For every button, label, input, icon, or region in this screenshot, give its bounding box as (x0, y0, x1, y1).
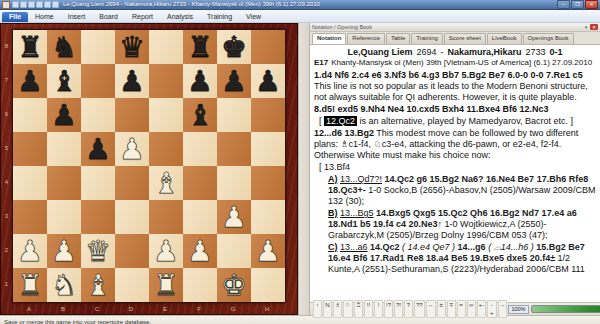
annotation-symbol-0[interactable]: ↑ (313, 300, 322, 318)
quick-access-toolbar (12, 1, 59, 8)
square-a3[interactable] (13, 200, 47, 234)
square-a5[interactable] (13, 132, 47, 166)
square-c3[interactable] (81, 200, 115, 234)
white-pawn[interactable]: ♟ (115, 132, 149, 166)
comment-text: 1-0 Socko,B (2656)-Abasov,N (2505)/Warsa… (328, 185, 595, 206)
panel-tab-score-sheet[interactable]: Score sheet (444, 33, 486, 44)
square-a1[interactable]: ♜ (13, 268, 47, 302)
black-bishop[interactable]: ♝ (47, 64, 81, 98)
square-f3[interactable] (183, 200, 217, 234)
square-d2[interactable] (115, 234, 149, 268)
annotation-symbol-5[interactable]: !! (364, 300, 373, 318)
move-text[interactable]: A) (328, 174, 338, 184)
square-b6[interactable]: ♟ (47, 98, 81, 132)
statusbar: Save or merge this game into your repert… (0, 315, 600, 324)
new-icon[interactable] (12, 1, 19, 8)
chess-board[interactable]: ♜♞♛♜♚♟♝♟♟♟♟♟♝♟♟♝♟♟♟♛♟♟♟♜♞♝♜♚ (12, 29, 286, 303)
window-title: Le,Quang Liem 2694 - Nakamura,Hikaru 273… (59, 0, 557, 9)
titlebar: Le,Quang Liem 2694 - Nakamura,Hikaru 273… (0, 0, 600, 10)
annotation-symbol-10[interactable]: ?? (414, 300, 425, 318)
black-pawn[interactable]: ♟ (251, 64, 285, 98)
file-label-d: D (114, 303, 148, 314)
notation-paragraph: 12...d6 13.Bg2 This modest move can be f… (314, 128, 596, 161)
panel-tab-table[interactable]: Table (386, 33, 410, 44)
square-c6[interactable] (81, 98, 115, 132)
redo-icon[interactable] (44, 1, 51, 8)
square-g5[interactable] (217, 132, 251, 166)
close-button[interactable]: ✕ (585, 0, 598, 9)
white-pawn[interactable]: ♟ (13, 234, 47, 268)
white-bishop[interactable]: ♝ (149, 166, 183, 200)
move-text[interactable]: B) (328, 208, 338, 218)
annotation-symbol-12[interactable]: ± (437, 300, 446, 318)
panel-tab-openings-book[interactable]: Openings Book (523, 33, 574, 44)
rank-label-2: 2 (2, 233, 11, 267)
zoom-level: 100% (508, 305, 528, 314)
minimize-button[interactable]: – (557, 0, 570, 9)
notation-paragraph: 1.d4 Nf6 2.c4 e6 3.Nf3 b6 4.g3 Bb7 5.Bg2… (314, 70, 596, 103)
square-e6[interactable] (149, 98, 183, 132)
annotation-symbol-16[interactable]: +- (477, 300, 486, 318)
rank-label-1: 1 (2, 267, 11, 301)
square-c4[interactable] (81, 166, 115, 200)
square-f4[interactable] (183, 166, 217, 200)
square-c8[interactable] (81, 30, 115, 64)
file-label-f: F (182, 303, 216, 314)
square-b1[interactable]: ♞ (47, 268, 81, 302)
file-label-a: A (12, 303, 46, 314)
file-label-h: H (250, 303, 284, 314)
panel-tab-reference[interactable]: Reference (347, 33, 385, 44)
square-e3[interactable] (149, 200, 183, 234)
move-text[interactable]: 14...g6 (455, 242, 488, 252)
move-text[interactable]: C) (328, 242, 338, 252)
black-pawn[interactable]: ♟ (47, 98, 81, 132)
file-label-c: C (80, 303, 114, 314)
square-h7[interactable]: ♟ (251, 64, 285, 98)
ribbon-tab-insert[interactable]: Insert (61, 12, 93, 22)
square-g2[interactable] (217, 234, 251, 268)
white-pawn[interactable]: ♟ (183, 234, 217, 268)
panel-tab-training[interactable]: Training (411, 33, 442, 44)
panel-title: Notation / Opening Book (312, 24, 582, 30)
black-player: Nakamura,Hikaru (447, 47, 521, 57)
square-g6[interactable] (217, 98, 251, 132)
square-a2[interactable]: ♟ (13, 234, 47, 268)
square-a8[interactable]: ♜ (13, 30, 47, 64)
black-knight[interactable]: ♞ (47, 30, 81, 64)
square-h2[interactable]: ♟ (251, 234, 285, 268)
square-g1[interactable]: ♚ (217, 268, 251, 302)
move-text[interactable]: 13...Bg5 (340, 208, 374, 218)
square-f2[interactable]: ♟ (183, 234, 217, 268)
maximize-button[interactable]: ❐ (571, 0, 584, 9)
white-knight[interactable]: ♞ (47, 268, 81, 302)
square-f5[interactable] (183, 132, 217, 166)
square-h4[interactable] (251, 166, 285, 200)
notation-paragraph: [ 12.Qc2 is an alternative, played by Ma… (319, 116, 596, 127)
square-b4[interactable] (47, 166, 81, 200)
annotation-symbol-2[interactable]: ♗ (333, 300, 342, 318)
square-e1[interactable]: ♜ (149, 268, 183, 302)
square-e7[interactable] (149, 64, 183, 98)
slider-track[interactable] (531, 305, 600, 313)
square-d3[interactable] (115, 200, 149, 234)
players-separator: - (440, 47, 443, 57)
move-text[interactable]: 1.d4 Nf6 2.c4 e6 3.Nf3 b6 4.g3 Bb7 5.Bg2… (314, 70, 583, 80)
square-g3[interactable]: ♟ (217, 200, 251, 234)
move-text[interactable]: 13...a6 (340, 242, 368, 252)
white-pawn[interactable]: ♟ (217, 200, 251, 234)
game-header: Le,Quang Liem2694-Nakamura,Hikaru27330-1 (314, 47, 596, 58)
white-king[interactable]: ♚ (217, 268, 251, 302)
notation-paragraph: C) 13...a6 14.Qc2 ( 14.e4 Qe7 ) 14...g6 … (328, 242, 596, 275)
white-rook[interactable]: ♜ (149, 268, 183, 302)
annotation-symbol-7[interactable]: !? (384, 300, 393, 318)
event-header: E17Khanty-Mansiysk ol (Men) 39th [Vietna… (314, 58, 596, 68)
square-e2[interactable]: ♟ (149, 234, 183, 268)
file-label-b: B (46, 303, 80, 314)
rank-label-8: 8 (2, 29, 11, 63)
notation-area[interactable]: Le,Quang Liem2694-Nakamura,Hikaru27330-1… (310, 45, 600, 302)
window-controls: – ❐ ✕ (557, 0, 598, 9)
annotation-symbol-4[interactable]: ♖ (354, 300, 363, 318)
square-d6[interactable] (115, 98, 149, 132)
white-bishop[interactable]: ♝ (81, 268, 115, 302)
annotation-symbol-1[interactable]: N (323, 300, 332, 318)
main-area: 87654321 ♜♞♛♜♚♟♝♟♟♟♟♟♝♟♟♝♟♟♟♛♟♟♟♜♞♝♜♚ AB… (0, 23, 600, 315)
white-player: Le,Quang Liem (347, 47, 412, 57)
rank-label-6: 6 (2, 97, 11, 131)
annotation-symbol-13[interactable]: ∓ (447, 300, 456, 318)
comment-text: ( 14.e4 Qe7 ) (402, 242, 455, 252)
ribbon-tab-analysis[interactable]: Analysis (160, 12, 200, 22)
ribbon-tab-home[interactable]: Home (28, 12, 61, 22)
square-f6[interactable]: ♝ (183, 98, 217, 132)
black-pawn[interactable]: ♟ (115, 64, 149, 98)
comment-text: ( ⌓14...h6 ) (488, 242, 534, 252)
panel-tabs: NotationReferenceTableTrainingScore shee… (310, 32, 600, 45)
board-panel: 87654321 ♜♞♛♜♚♟♝♟♟♟♟♟♝♟♟♝♟♟♟♛♟♟♟♜♞♝♜♚ AB… (0, 23, 298, 315)
square-a4[interactable] (13, 166, 47, 200)
square-e4[interactable]: ♝ (149, 166, 183, 200)
square-f7[interactable]: ♟ (183, 64, 217, 98)
undo-icon[interactable] (36, 1, 43, 8)
square-b2[interactable]: ♟ (47, 234, 81, 268)
white-pawn[interactable]: ♟ (149, 234, 183, 268)
square-h3[interactable] (251, 200, 285, 234)
comment-text: is an alternative, played by Mamedyarov,… (357, 116, 573, 126)
square-b3[interactable] (47, 200, 81, 234)
square-b8[interactable]: ♞ (47, 30, 81, 64)
eco-code: E17 (314, 58, 328, 67)
notation-body: 1.d4 Nf6 2.c4 e6 3.Nf3 b6 4.g3 Bb7 5.Bg2… (314, 70, 596, 275)
square-b7[interactable]: ♝ (47, 64, 81, 98)
black-bishop[interactable]: ♝ (183, 98, 217, 132)
panel-close-icon[interactable]: ✕ (590, 24, 598, 30)
panel-splitter[interactable] (298, 23, 310, 315)
black-king[interactable]: ♚ (217, 30, 251, 64)
square-e5[interactable] (149, 132, 183, 166)
square-h1[interactable] (251, 268, 285, 302)
rank-label-4: 4 (2, 165, 11, 199)
comment-text: This line is not so popular as it leads … (314, 81, 588, 102)
file-label-e: E (148, 303, 182, 314)
annotation-symbol-6[interactable]: ! (374, 300, 383, 318)
square-d5[interactable]: ♟ (115, 132, 149, 166)
annotation-symbol-14[interactable]: = (457, 300, 466, 318)
annotation-symbols: ↑N♗♘♖!!!!??!???↔±∓=∞+--+→ (313, 300, 507, 318)
move-text[interactable]: 13...Qd7?! (340, 174, 382, 184)
black-pawn[interactable]: ♟ (183, 64, 217, 98)
print-icon[interactable] (52, 1, 59, 8)
panel-tab-notation[interactable]: Notation (312, 33, 346, 44)
game-result: 0-1 (550, 47, 563, 57)
ribbon-tab-board[interactable]: Board (92, 12, 125, 22)
save-icon[interactable] (28, 1, 35, 8)
square-d8[interactable]: ♛ (115, 30, 149, 64)
annotation-toolbar: ↑N♗♘♖!!!!??!???↔±∓=∞+--+→ 100% (310, 302, 600, 315)
annotation-symbol-8[interactable]: ?! (394, 300, 403, 318)
square-a6[interactable] (13, 98, 47, 132)
black-pawn[interactable]: ♟ (81, 132, 115, 166)
square-d4[interactable] (115, 166, 149, 200)
square-e8[interactable] (149, 30, 183, 64)
square-a7[interactable]: ♟ (13, 64, 47, 98)
square-b5[interactable] (47, 132, 81, 166)
open-icon[interactable] (20, 1, 27, 8)
ribbon-tab-file[interactable]: File (2, 12, 28, 22)
square-c7[interactable] (81, 64, 115, 98)
selected-move[interactable]: 12.Qc2 (324, 116, 357, 126)
notation-paragraph: 8.d5! exd5 9.Nh4 Ne4 10.cxd5 Bxh4 11.Bxe… (314, 104, 596, 115)
black-rook[interactable]: ♜ (183, 30, 217, 64)
ribbon-tabs: FileHomeInsertBoardReportAnalysisTrainin… (0, 10, 600, 23)
annotation-symbol-3[interactable]: ♘ (343, 300, 352, 318)
comment-text: [ 13.Bf4 (319, 162, 350, 172)
zoom-slider: 100% (508, 305, 600, 314)
black-pawn[interactable]: ♟ (217, 64, 251, 98)
move-text[interactable]: 14.Qc2 (368, 242, 403, 252)
rank-label-5: 5 (2, 131, 11, 165)
square-h6[interactable] (251, 98, 285, 132)
event-info: Khanty-Mansiysk ol (Men) 39th [Vietnam-U… (331, 58, 592, 67)
square-c5[interactable]: ♟ (81, 132, 115, 166)
annotation-symbol-9[interactable]: ? (404, 300, 413, 318)
panel-titlebar: Notation / Opening Book ▾ ✕ (310, 23, 600, 32)
panel-menu-icon[interactable]: ▾ (582, 24, 590, 30)
annotation-symbol-18[interactable]: → (498, 300, 508, 318)
square-c1[interactable]: ♝ (81, 268, 115, 302)
notation-paragraph: [ 13.Bf4 (319, 162, 596, 173)
square-f1[interactable] (183, 268, 217, 302)
move-text[interactable]: 12...d6 13.Bg2 (314, 128, 374, 138)
annotation-symbol-15[interactable]: ∞ (467, 300, 476, 318)
notation-paragraph: B) 13...Bg5 14.Bxg5 Qxg5 15.Qc2 Qh6 16.B… (328, 208, 596, 241)
rank-label-7: 7 (2, 63, 11, 97)
notation-paragraph: A) 13...Qd7?! 14.Qc2 g6 15.Bg2 Na6? 16.N… (328, 174, 596, 207)
white-elo: 2694 (416, 47, 436, 57)
rank-label-3: 3 (2, 199, 11, 233)
ribbon-tab-report[interactable]: Report (125, 12, 160, 22)
black-rook[interactable]: ♜ (13, 30, 47, 64)
square-g8[interactable]: ♚ (217, 30, 251, 64)
panel-tab-livebook[interactable]: LiveBook (487, 33, 522, 44)
square-g4[interactable] (217, 166, 251, 200)
square-h5[interactable] (251, 132, 285, 166)
annotation-symbol-11[interactable]: ↔ (426, 300, 436, 318)
status-text: Save or merge this game into your repert… (4, 319, 151, 324)
black-queen[interactable]: ♛ (115, 30, 149, 64)
app-icon (2, 1, 10, 9)
ribbon-tab-view[interactable]: View (239, 12, 268, 22)
square-d1[interactable] (115, 268, 149, 302)
notation-panel: Notation / Opening Book ▾ ✕ NotationRefe… (310, 23, 600, 315)
square-g7[interactable]: ♟ (217, 64, 251, 98)
white-pawn[interactable]: ♟ (251, 234, 285, 268)
file-labels: ABCDEFGH (12, 303, 284, 314)
white-pawn[interactable]: ♟ (47, 234, 81, 268)
square-d7[interactable]: ♟ (115, 64, 149, 98)
file-label-g: G (216, 303, 250, 314)
white-queen[interactable]: ♛ (81, 234, 115, 268)
white-rook[interactable]: ♜ (13, 268, 47, 302)
rank-labels: 87654321 (2, 29, 11, 301)
annotation-symbol-17[interactable]: -+ (487, 300, 496, 318)
ribbon-tab-training[interactable]: Training (200, 12, 239, 22)
square-c2[interactable]: ♛ (81, 234, 115, 268)
move-text[interactable]: 8.d5! exd5 9.Nh4 Ne4 10.cxd5 Bxh4 11.Bxe… (314, 104, 549, 114)
black-elo: 2733 (526, 47, 546, 57)
square-h8[interactable] (251, 30, 285, 64)
black-pawn[interactable]: ♟ (13, 64, 47, 98)
square-f8[interactable]: ♜ (183, 30, 217, 64)
